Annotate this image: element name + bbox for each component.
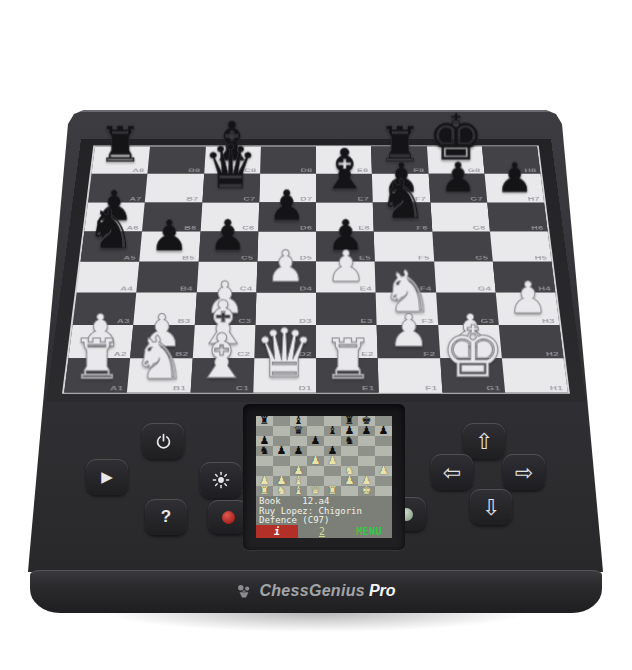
lcd-piece-wR-a1: ♜ [256, 486, 273, 496]
chessgenius-logo-icon [236, 583, 252, 599]
lcd-square-f1 [341, 486, 358, 496]
lcd-square-h3: ♟ [375, 466, 392, 476]
lcd-square-d6: ♟ [307, 436, 324, 446]
lcd-mini-board: ♜♝♜♚♛♝♟♟♟♟♟♞♞♟♟♟♟♟♟♞♟♟♟♝♟♟♜♞♝♛♜♚ [256, 416, 392, 496]
red-dot-icon [222, 511, 235, 524]
lcd-square-d8 [307, 416, 324, 426]
lcd-square-e1: ♜ [324, 486, 341, 496]
lcd-piece-wP-d4: ♟ [307, 456, 324, 466]
lcd-square-b7 [273, 426, 290, 436]
softkey-menu-label: MENU [346, 525, 392, 538]
lcd-square-h7: ♟ [375, 426, 392, 436]
lcd-piece-bP-d6: ♟ [307, 436, 324, 446]
arrow-left-button[interactable]: ⇦ [431, 454, 473, 490]
brand-lockup: ChessGenius Pro [30, 571, 602, 600]
device-top-edge-highlight [78, 110, 552, 112]
power-icon [155, 433, 172, 450]
lcd-piece-wP-h3: ♟ [375, 466, 392, 476]
lcd-square-b4 [273, 456, 290, 466]
chess-computer-photo: A8♜B8C8♝D8E8F8♜G8♚H8A7B7C7♛D7E7♝F7♟G7♟H7… [0, 0, 632, 670]
lcd-square-c5: ♟ [290, 446, 307, 456]
brand-name: ChessGenius [259, 582, 365, 600]
arrow-up-icon: ⇧ [475, 429, 493, 454]
lcd-square-a1: ♜ [256, 486, 273, 496]
lcd-piece-wK-g1: ♚ [358, 486, 375, 496]
lcd-piece-bN-f6: ♞ [341, 436, 358, 446]
lcd-square-e7: ♝ [324, 426, 341, 436]
play-button[interactable]: ▶ [86, 459, 128, 495]
lcd-piece-bB-e7: ♝ [324, 426, 341, 436]
arrow-right-icon: ⇨ [515, 460, 533, 485]
lcd-screen: ♜♝♜♚♛♝♟♟♟♟♟♞♞♟♟♟♟♟♟♞♟♟♟♝♟♟♜♞♝♛♜♚ Book 12… [256, 416, 392, 538]
lcd-square-a8: ♜ [256, 416, 273, 426]
lcd-piece-wB-c1: ♝ [290, 486, 307, 496]
lcd-piece-bP-h7: ♟ [375, 426, 392, 436]
lcd-piece-wN-b1: ♞ [273, 486, 290, 496]
lcd-piece-wP-f2: ♟ [341, 476, 358, 486]
question-mark-icon: ? [161, 507, 171, 527]
lcd-square-d4: ♟ [307, 456, 324, 466]
lcd-piece-bP-b5: ♟ [273, 446, 290, 456]
lcd-softkey-bar: i 2 MENU [256, 525, 392, 538]
lcd-square-d3 [307, 466, 324, 476]
lcd-square-h6 [375, 436, 392, 446]
lcd-square-g1: ♚ [358, 486, 375, 496]
lcd-square-f2: ♟ [341, 476, 358, 486]
lcd-square-g5 [358, 446, 375, 456]
lcd-square-f5 [341, 446, 358, 456]
brand-suffix: Pro [369, 582, 396, 600]
lcd-piece-wR-e1: ♜ [324, 486, 341, 496]
power-button[interactable] [142, 423, 184, 459]
lcd-square-c1: ♝ [290, 486, 307, 496]
lcd-square-d1: ♛ [307, 486, 324, 496]
arrow-left-icon: ⇦ [443, 460, 461, 485]
lcd-square-g4 [358, 456, 375, 466]
arrow-down-icon: ⇩ [482, 495, 500, 520]
lcd-piece-bR-a8: ♜ [256, 416, 273, 426]
device-front-face: ChessGenius Pro [30, 570, 602, 613]
lcd-piece-wP-e4: ♟ [324, 456, 341, 466]
play-icon: ▶ [101, 468, 113, 486]
lcd-square-e4: ♟ [324, 456, 341, 466]
lcd-piece-bP-c5: ♟ [290, 446, 307, 456]
lcd-square-f6: ♞ [341, 436, 358, 446]
red-action-button[interactable] [208, 500, 248, 534]
lcd-square-a4 [256, 456, 273, 466]
lcd-square-b8 [273, 416, 290, 426]
lcd-info-text: Book 12.a4 Ruy Lopez: Chigorin Defence (… [256, 496, 392, 526]
lcd-square-a5: ♞ [256, 446, 273, 456]
lcd-piece-bQ-c7: ♛ [290, 426, 307, 436]
softkey-info-label: i [256, 525, 298, 538]
lcd-square-e3 [324, 466, 341, 476]
help-button[interactable]: ? [145, 499, 187, 535]
lcd-square-g7: ♟ [358, 426, 375, 436]
lcd-square-b1: ♞ [273, 486, 290, 496]
lcd-square-g6 [358, 436, 375, 446]
lcd-square-h2 [375, 476, 392, 486]
softkey-middle-label: 2 [298, 526, 346, 538]
lcd-piece-bN-a5: ♞ [256, 446, 273, 456]
lcd-square-h5 [375, 446, 392, 456]
arrow-up-button[interactable]: ⇧ [463, 423, 505, 459]
arrow-right-button[interactable]: ⇨ [503, 454, 545, 490]
brightness-button[interactable] [200, 462, 242, 498]
arrow-down-button[interactable]: ⇩ [470, 489, 512, 525]
brightness-icon [212, 471, 230, 489]
lcd-piece-bP-g7: ♟ [358, 426, 375, 436]
lcd-square-c7: ♛ [290, 426, 307, 436]
lcd-square-h1 [375, 486, 392, 496]
lcd-piece-wQ-d1: ♛ [307, 486, 324, 496]
lcd-square-b5: ♟ [273, 446, 290, 456]
